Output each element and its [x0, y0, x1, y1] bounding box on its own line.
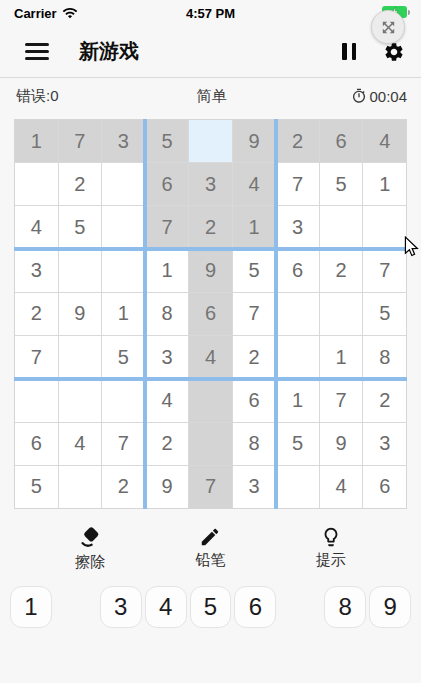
sudoku-cell-r2c7[interactable]: 7: [276, 163, 319, 205]
sudoku-cell-r8c7[interactable]: 5: [276, 423, 319, 465]
hint-button[interactable]: 提示: [316, 526, 346, 572]
sudoku-cell-r6c5[interactable]: 4: [189, 336, 232, 378]
sudoku-cell-r2c9[interactable]: 1: [363, 163, 406, 205]
sudoku-cell-r9c9[interactable]: 6: [363, 466, 406, 508]
sudoku-cell-r4c6[interactable]: 5: [233, 250, 276, 292]
sudoku-cell-r2c2[interactable]: 2: [59, 163, 102, 205]
sudoku-cell-r2c3[interactable]: [102, 163, 145, 205]
sudoku-cell-r5c2[interactable]: 9: [59, 293, 102, 335]
sudoku-cell-r8c4[interactable]: 2: [146, 423, 189, 465]
numpad-button-3[interactable]: 3: [100, 586, 142, 628]
page-title: 新游戏: [79, 38, 139, 65]
sudoku-cell-r5c8[interactable]: [320, 293, 363, 335]
sudoku-cell-r3c5[interactable]: 2: [189, 206, 232, 248]
sudoku-cell-r9c6[interactable]: 3: [233, 466, 276, 508]
sudoku-cell-r3c6[interactable]: 1: [233, 206, 276, 248]
sudoku-cell-r4c4[interactable]: 1: [146, 250, 189, 292]
sudoku-cell-r8c5[interactable]: [189, 423, 232, 465]
erase-button[interactable]: 擦除: [75, 526, 105, 572]
sudoku-cell-r1c7[interactable]: 2: [276, 120, 319, 162]
sudoku-cell-r1c9[interactable]: 4: [363, 120, 406, 162]
sudoku-cell-r1c8[interactable]: 6: [320, 120, 363, 162]
sudoku-cell-r9c8[interactable]: 4: [320, 466, 363, 508]
sudoku-cell-r2c6[interactable]: 4: [233, 163, 276, 205]
sudoku-cell-r6c9[interactable]: 8: [363, 336, 406, 378]
sudoku-board: 1735926426347514572133195627291867575342…: [14, 119, 407, 509]
difficulty-label: 简单: [136, 87, 287, 106]
sudoku-cell-r7c9[interactable]: 2: [363, 379, 406, 421]
numpad-button-6[interactable]: 6: [234, 586, 276, 628]
numpad-button-8[interactable]: 8: [324, 586, 366, 628]
phone-screen: Carrier 4:57 PM 新游戏 错误:0 简单: [0, 0, 421, 683]
sudoku-cell-r3c3[interactable]: [102, 206, 145, 248]
numpad-button-4[interactable]: 4: [145, 586, 187, 628]
sudoku-cell-r1c2[interactable]: 7: [59, 120, 102, 162]
sudoku-cell-r5c1[interactable]: 2: [15, 293, 58, 335]
sudoku-cell-r4c8[interactable]: 2: [320, 250, 363, 292]
app-bar: 新游戏: [0, 26, 421, 78]
pause-button[interactable]: [342, 43, 356, 60]
sudoku-cell-r8c2[interactable]: 4: [59, 423, 102, 465]
lightbulb-icon: [320, 526, 342, 548]
sudoku-cell-r7c7[interactable]: 1: [276, 379, 319, 421]
expand-overlay-button[interactable]: [371, 10, 405, 44]
sudoku-cell-r8c3[interactable]: 7: [102, 423, 145, 465]
game-info-bar: 错误:0 简单 00:04: [0, 78, 421, 114]
sudoku-cell-r5c9[interactable]: 5: [363, 293, 406, 335]
sudoku-cell-r4c2[interactable]: [59, 250, 102, 292]
sudoku-cell-r8c1[interactable]: 6: [15, 423, 58, 465]
sudoku-cell-r8c8[interactable]: 9: [320, 423, 363, 465]
sudoku-cell-r7c2[interactable]: [59, 379, 102, 421]
sudoku-cell-r9c1[interactable]: 5: [15, 466, 58, 508]
sudoku-cell-r3c2[interactable]: 5: [59, 206, 102, 248]
sudoku-cell-r4c3[interactable]: [102, 250, 145, 292]
sudoku-cell-r1c4[interactable]: 5: [146, 120, 189, 162]
sudoku-cell-r1c1[interactable]: 1: [15, 120, 58, 162]
sudoku-cell-r4c5[interactable]: 9: [189, 250, 232, 292]
sudoku-cell-r7c8[interactable]: 7: [320, 379, 363, 421]
numpad-button-9[interactable]: 9: [369, 586, 411, 628]
eraser-icon: [78, 526, 102, 550]
numpad-button-5[interactable]: 5: [190, 586, 232, 628]
timer-value: 00:04: [369, 88, 407, 105]
sudoku-cell-r5c7[interactable]: [276, 293, 319, 335]
sudoku-cell-r7c3[interactable]: [102, 379, 145, 421]
sudoku-cell-r6c3[interactable]: 5: [102, 336, 145, 378]
sudoku-cell-r6c2[interactable]: [59, 336, 102, 378]
sudoku-cell-r5c4[interactable]: 8: [146, 293, 189, 335]
erase-label: 擦除: [75, 553, 105, 572]
status-time: 4:57 PM: [0, 6, 421, 21]
sudoku-cell-r9c3[interactable]: 2: [102, 466, 145, 508]
sudoku-cell-r6c4[interactable]: 3: [146, 336, 189, 378]
sudoku-cell-r6c1[interactable]: 7: [15, 336, 58, 378]
number-pad: 1345689: [0, 586, 421, 628]
sudoku-cell-r3c7[interactable]: 3: [276, 206, 319, 248]
sudoku-cell-r7c4[interactable]: 4: [146, 379, 189, 421]
sudoku-cell-r8c6[interactable]: 8: [233, 423, 276, 465]
sudoku-cell-r4c9[interactable]: 7: [363, 250, 406, 292]
sudoku-cell-r9c7[interactable]: [276, 466, 319, 508]
sudoku-cell-r6c7[interactable]: [276, 336, 319, 378]
sudoku-cell-r1c3[interactable]: 3: [102, 120, 145, 162]
sudoku-cell-r7c5[interactable]: [189, 379, 232, 421]
sudoku-cell-r2c8[interactable]: 5: [320, 163, 363, 205]
sudoku-cell-r7c6[interactable]: 6: [233, 379, 276, 421]
sudoku-cell-r1c5[interactable]: [189, 120, 232, 162]
sudoku-cell-r5c3[interactable]: 1: [102, 293, 145, 335]
sudoku-cell-r5c5[interactable]: 6: [189, 293, 232, 335]
expand-arrows-icon: [380, 19, 397, 36]
sudoku-cell-r3c9[interactable]: [363, 206, 406, 248]
sudoku-board-wrap: 1735926426347514572133195627291867575342…: [14, 119, 407, 509]
timer-icon: [351, 88, 367, 104]
sudoku-cell-r1c6[interactable]: 9: [233, 120, 276, 162]
sudoku-cell-r3c8[interactable]: [320, 206, 363, 248]
hint-label: 提示: [316, 551, 346, 570]
sudoku-cell-r4c1[interactable]: 3: [15, 250, 58, 292]
sudoku-cell-r3c1[interactable]: 4: [15, 206, 58, 248]
numpad-button-1[interactable]: 1: [10, 586, 52, 628]
sudoku-cell-r2c1[interactable]: [15, 163, 58, 205]
sudoku-cell-r7c1[interactable]: [15, 379, 58, 421]
sudoku-cell-r2c5[interactable]: 3: [189, 163, 232, 205]
sudoku-cell-r6c6[interactable]: 2: [233, 336, 276, 378]
tools-bar: 擦除 铅笔 提示: [0, 509, 421, 572]
sudoku-cell-r9c5[interactable]: 7: [189, 466, 232, 508]
pencil-label: 铅笔: [195, 551, 225, 570]
sudoku-cell-r9c4[interactable]: 9: [146, 466, 189, 508]
sudoku-cell-r8c9[interactable]: 3: [363, 423, 406, 465]
status-bar: Carrier 4:57 PM: [0, 0, 421, 26]
pencil-icon: [199, 526, 221, 548]
sudoku-cell-r2c4[interactable]: 6: [146, 163, 189, 205]
menu-button[interactable]: [25, 43, 49, 59]
sudoku-cell-r3c4[interactable]: 7: [146, 206, 189, 248]
sudoku-cell-r5c6[interactable]: 7: [233, 293, 276, 335]
sudoku-cell-r9c2[interactable]: [59, 466, 102, 508]
sudoku-cell-r6c8[interactable]: 1: [320, 336, 363, 378]
errors-counter: 错误:0: [16, 87, 136, 106]
pencil-button[interactable]: 铅笔: [195, 526, 225, 572]
sudoku-cell-r4c7[interactable]: 6: [276, 250, 319, 292]
